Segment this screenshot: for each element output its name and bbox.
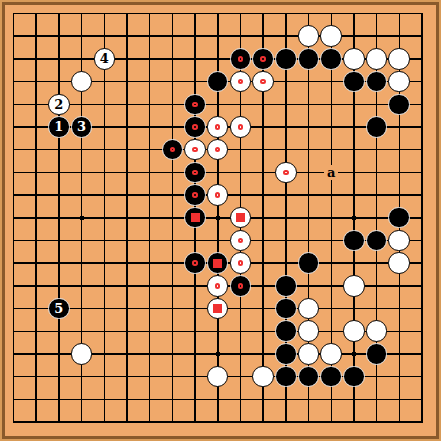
black-stone <box>184 162 206 184</box>
board-point <box>297 320 320 343</box>
black-stone <box>275 366 297 388</box>
board-point <box>297 25 320 48</box>
white-stone <box>343 320 365 342</box>
black-stone <box>184 94 206 116</box>
board-point <box>342 274 365 297</box>
board-point <box>70 70 93 93</box>
board-point <box>365 229 388 252</box>
black-stone: 3 <box>71 116 93 138</box>
white-stone <box>230 207 252 229</box>
square-marker-icon <box>213 304 222 313</box>
black-stone: 5 <box>48 298 70 320</box>
black-stone <box>320 48 342 70</box>
board-point <box>161 138 184 161</box>
black-stone <box>207 71 229 93</box>
move-number: 3 <box>77 120 86 133</box>
black-stone <box>207 252 229 274</box>
board-point <box>184 184 207 207</box>
white-stone <box>207 366 229 388</box>
black-stone <box>184 252 206 274</box>
board-point <box>229 252 252 275</box>
move-number: 1 <box>54 120 63 133</box>
circle-marker-icon <box>238 79 244 85</box>
board-point <box>229 70 252 93</box>
square-marker-icon <box>191 213 200 222</box>
white-stone <box>275 162 297 184</box>
stone-grid: 42135a <box>2 2 433 433</box>
circle-marker-icon <box>192 260 198 266</box>
black-stone <box>366 116 388 138</box>
circle-marker-icon <box>238 124 244 130</box>
white-stone <box>207 116 229 138</box>
white-stone <box>320 343 342 365</box>
black-stone <box>275 320 297 342</box>
black-stone <box>388 207 410 229</box>
circle-marker-icon <box>192 192 198 198</box>
board-point <box>184 206 207 229</box>
white-stone <box>252 71 274 93</box>
black-stone <box>275 343 297 365</box>
point-label: a <box>324 165 338 180</box>
white-stone <box>207 275 229 297</box>
move-number: 5 <box>54 301 63 314</box>
board-point <box>320 25 343 48</box>
black-stone <box>184 184 206 206</box>
circle-marker-icon <box>238 238 244 244</box>
board-point <box>274 365 297 388</box>
board-point <box>342 48 365 71</box>
board-point <box>184 161 207 184</box>
board-point <box>206 274 229 297</box>
move-number: 2 <box>54 97 63 110</box>
board-point <box>365 70 388 93</box>
white-stone <box>366 320 388 342</box>
board-point <box>206 365 229 388</box>
board-point: 3 <box>70 116 93 139</box>
board-point <box>229 116 252 139</box>
square-marker-icon <box>236 213 245 222</box>
board-point <box>184 252 207 275</box>
black-stone <box>162 139 184 161</box>
board-point <box>342 365 365 388</box>
white-stone <box>230 252 252 274</box>
board-point <box>184 93 207 116</box>
black-stone <box>298 48 320 70</box>
board-point <box>297 297 320 320</box>
circle-marker-icon <box>192 147 198 153</box>
black-stone <box>275 275 297 297</box>
black-stone <box>298 366 320 388</box>
board-point <box>252 365 275 388</box>
black-stone <box>343 230 365 252</box>
black-stone <box>252 48 274 70</box>
black-stone <box>343 71 365 93</box>
board-point <box>388 229 411 252</box>
board-point <box>342 320 365 343</box>
white-stone <box>207 139 229 161</box>
board-point <box>206 70 229 93</box>
board-point <box>297 48 320 71</box>
board-point <box>229 274 252 297</box>
white-stone <box>230 230 252 252</box>
black-stone <box>320 366 342 388</box>
board-point <box>274 161 297 184</box>
white-stone <box>230 71 252 93</box>
white-stone: 4 <box>94 48 116 70</box>
white-stone <box>343 275 365 297</box>
board-point <box>342 70 365 93</box>
board-point: a <box>320 161 343 184</box>
circle-marker-icon <box>215 283 221 289</box>
board-point: 1 <box>48 116 71 139</box>
board-point <box>184 138 207 161</box>
board-point: 5 <box>48 297 71 320</box>
circle-marker-icon <box>283 170 289 176</box>
black-stone <box>184 116 206 138</box>
board-point <box>274 320 297 343</box>
board-point <box>274 297 297 320</box>
board-point <box>320 365 343 388</box>
white-stone <box>298 320 320 342</box>
white-stone <box>207 298 229 320</box>
white-stone <box>298 25 320 47</box>
board-point <box>184 116 207 139</box>
board-point <box>206 138 229 161</box>
board-point <box>365 116 388 139</box>
board-point <box>229 206 252 229</box>
board-point <box>388 252 411 275</box>
circle-marker-icon <box>192 102 198 108</box>
square-marker-icon <box>213 259 222 268</box>
circle-marker-icon <box>238 56 244 62</box>
black-stone <box>343 366 365 388</box>
white-stone <box>230 116 252 138</box>
black-stone <box>366 71 388 93</box>
circle-marker-icon <box>260 79 266 85</box>
white-stone <box>298 343 320 365</box>
board-point: 2 <box>48 93 71 116</box>
circle-marker-icon <box>238 260 244 266</box>
board-point <box>320 342 343 365</box>
circle-marker-icon <box>215 124 221 130</box>
board-point <box>388 93 411 116</box>
board-point <box>365 342 388 365</box>
board-point: 4 <box>93 48 116 71</box>
board-point <box>229 229 252 252</box>
black-stone <box>388 94 410 116</box>
board-point <box>206 297 229 320</box>
board-point <box>297 365 320 388</box>
black-stone <box>230 48 252 70</box>
circle-marker-icon <box>260 56 266 62</box>
black-stone <box>184 207 206 229</box>
board-point <box>252 70 275 93</box>
black-stone <box>275 298 297 320</box>
board-point <box>388 70 411 93</box>
white-stone <box>366 48 388 70</box>
board-point <box>274 274 297 297</box>
circle-marker-icon <box>170 147 176 153</box>
black-stone <box>366 343 388 365</box>
board-point <box>388 206 411 229</box>
board-point <box>365 320 388 343</box>
white-stone <box>207 184 229 206</box>
board-point <box>365 48 388 71</box>
white-stone <box>388 71 410 93</box>
white-stone <box>71 343 93 365</box>
board-point <box>342 229 365 252</box>
circle-marker-icon <box>192 124 198 130</box>
board-point <box>206 184 229 207</box>
white-stone <box>388 252 410 274</box>
white-stone <box>343 48 365 70</box>
board-point <box>297 252 320 275</box>
black-stone <box>275 48 297 70</box>
white-stone <box>298 298 320 320</box>
white-stone <box>320 25 342 47</box>
black-stone <box>366 230 388 252</box>
white-stone <box>388 230 410 252</box>
board-point <box>297 342 320 365</box>
board-point <box>70 342 93 365</box>
black-stone <box>230 275 252 297</box>
black-stone: 1 <box>48 116 70 138</box>
circle-marker-icon <box>238 283 244 289</box>
board-point <box>206 252 229 275</box>
white-stone <box>252 366 274 388</box>
circle-marker-icon <box>215 192 221 198</box>
go-board-surface: 42135a <box>2 2 439 439</box>
circle-marker-icon <box>192 170 198 176</box>
white-stone: 2 <box>48 94 70 116</box>
white-stone <box>71 71 93 93</box>
board-point <box>206 116 229 139</box>
move-number: 4 <box>100 52 109 65</box>
circle-marker-icon <box>215 147 221 153</box>
white-stone <box>184 139 206 161</box>
board-point <box>252 48 275 71</box>
go-board[interactable]: 42135a <box>0 0 441 441</box>
board-point <box>229 48 252 71</box>
board-point <box>320 48 343 71</box>
white-stone <box>388 48 410 70</box>
board-point <box>274 342 297 365</box>
board-point <box>274 48 297 71</box>
board-point <box>388 48 411 71</box>
black-stone <box>298 252 320 274</box>
